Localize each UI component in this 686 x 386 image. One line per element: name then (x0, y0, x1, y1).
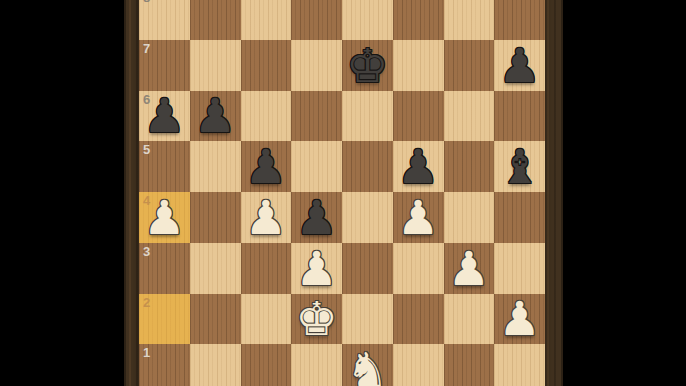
white-pawn[interactable]: ♟ (494, 294, 545, 345)
square-g4[interactable] (444, 192, 495, 243)
black-pawn[interactable]: ♟ (393, 141, 444, 192)
square-c4[interactable]: ♟ (241, 192, 292, 243)
square-a2[interactable]: 2 (139, 294, 190, 345)
black-king[interactable]: ♚ (342, 40, 393, 91)
square-g1[interactable]: g (444, 344, 495, 386)
black-pawn[interactable]: ♟ (139, 91, 190, 142)
square-a5[interactable]: 5 (139, 141, 190, 192)
square-b5[interactable] (190, 141, 241, 192)
black-pawn[interactable]: ♟ (241, 141, 292, 192)
square-d6[interactable] (291, 91, 342, 142)
square-c6[interactable] (241, 91, 292, 142)
square-e1[interactable]: e♞ (342, 344, 393, 386)
square-b8[interactable] (190, 0, 241, 40)
square-e4[interactable] (342, 192, 393, 243)
white-pawn[interactable]: ♟ (393, 192, 444, 243)
white-pawn[interactable]: ♟ (291, 243, 342, 294)
square-b4[interactable] (190, 192, 241, 243)
square-e5[interactable] (342, 141, 393, 192)
square-d3[interactable]: ♟ (291, 243, 342, 294)
white-king[interactable]: ♚ (291, 294, 342, 345)
square-a3[interactable]: 3 (139, 243, 190, 294)
rank-label-1: 1 (143, 346, 150, 359)
black-pawn[interactable]: ♟ (494, 40, 545, 91)
square-b1[interactable]: b (190, 344, 241, 386)
square-g3[interactable]: ♟ (444, 243, 495, 294)
square-a1[interactable]: 1a (139, 344, 190, 386)
square-d5[interactable] (291, 141, 342, 192)
square-c1[interactable]: c (241, 344, 292, 386)
square-e8[interactable] (342, 0, 393, 40)
square-d4[interactable]: ♟ (291, 192, 342, 243)
square-h3[interactable] (494, 243, 545, 294)
square-e6[interactable] (342, 91, 393, 142)
square-g7[interactable] (444, 40, 495, 91)
square-c7[interactable] (241, 40, 292, 91)
square-f1[interactable]: f (393, 344, 444, 386)
square-g2[interactable] (444, 294, 495, 345)
rank-label-3: 3 (143, 245, 150, 258)
square-e7[interactable]: ♚ (342, 40, 393, 91)
square-c5[interactable]: ♟ (241, 141, 292, 192)
square-b7[interactable] (190, 40, 241, 91)
rank-label-2: 2 (143, 296, 150, 309)
square-g8[interactable] (444, 0, 495, 40)
white-knight[interactable]: ♞ (342, 344, 393, 386)
square-h2[interactable]: ♟ (494, 294, 545, 345)
square-h7[interactable]: ♟ (494, 40, 545, 91)
square-f5[interactable]: ♟ (393, 141, 444, 192)
app-canvas: 87♚♟6♟♟5♟♟♝4♟♟♟♟3♟♟2♚♟1abcde♞fgh (0, 0, 686, 386)
square-f8[interactable] (393, 0, 444, 40)
square-b6[interactable]: ♟ (190, 91, 241, 142)
square-a4[interactable]: 4♟ (139, 192, 190, 243)
white-pawn[interactable]: ♟ (444, 243, 495, 294)
white-pawn[interactable]: ♟ (241, 192, 292, 243)
black-bishop[interactable]: ♝ (494, 141, 545, 192)
square-h4[interactable] (494, 192, 545, 243)
square-b2[interactable] (190, 294, 241, 345)
square-d1[interactable]: d (291, 344, 342, 386)
rank-label-7: 7 (143, 42, 150, 55)
square-a6[interactable]: 6♟ (139, 91, 190, 142)
square-h1[interactable]: h (494, 344, 545, 386)
black-pawn[interactable]: ♟ (190, 91, 241, 142)
square-e2[interactable] (342, 294, 393, 345)
square-h5[interactable]: ♝ (494, 141, 545, 192)
square-d7[interactable] (291, 40, 342, 91)
rank-label-8: 8 (143, 0, 150, 4)
square-h6[interactable] (494, 91, 545, 142)
square-c3[interactable] (241, 243, 292, 294)
square-f4[interactable]: ♟ (393, 192, 444, 243)
square-e3[interactable] (342, 243, 393, 294)
square-f7[interactable] (393, 40, 444, 91)
square-g5[interactable] (444, 141, 495, 192)
square-h8[interactable] (494, 0, 545, 40)
square-d2[interactable]: ♚ (291, 294, 342, 345)
square-c8[interactable] (241, 0, 292, 40)
black-pawn[interactable]: ♟ (291, 192, 342, 243)
white-pawn[interactable]: ♟ (139, 192, 190, 243)
square-a8[interactable]: 8 (139, 0, 190, 40)
square-g6[interactable] (444, 91, 495, 142)
square-f2[interactable] (393, 294, 444, 345)
square-a7[interactable]: 7 (139, 40, 190, 91)
square-d8[interactable] (291, 0, 342, 40)
square-f6[interactable] (393, 91, 444, 142)
chess-board[interactable]: 87♚♟6♟♟5♟♟♝4♟♟♟♟3♟♟2♚♟1abcde♞fgh (139, 0, 545, 386)
rank-label-5: 5 (143, 143, 150, 156)
square-c2[interactable] (241, 294, 292, 345)
square-b3[interactable] (190, 243, 241, 294)
square-f3[interactable] (393, 243, 444, 294)
